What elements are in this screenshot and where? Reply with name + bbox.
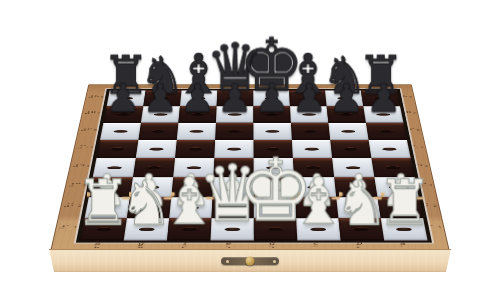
rank-label-1: ⠼⠁1 <box>422 225 442 230</box>
braille-rank-8: ⠼⠓ <box>396 95 409 99</box>
piece-black-pawn[interactable]: ♟ <box>106 79 141 118</box>
braille-rank-1: ⠼⠁ <box>422 225 437 230</box>
piece-black-pawn[interactable]: ♟ <box>255 79 290 118</box>
rank-label-7: ⠼⠛7 <box>84 111 101 115</box>
square-d6[interactable] <box>253 123 291 140</box>
braille-rank-4: ⠼⠙ <box>72 164 86 168</box>
rank-digit: 4 <box>424 165 428 168</box>
rank-digit: 1 <box>73 226 77 229</box>
braille-rank-3: ⠼⠉ <box>414 183 428 188</box>
square-g7[interactable]: ♟ <box>141 106 180 123</box>
piece-black-pawn[interactable]: ♟ <box>180 79 215 118</box>
rank-digit: 5 <box>420 146 424 148</box>
square-c7[interactable]: ♟ <box>290 106 328 123</box>
rank-digit: 8 <box>100 96 104 98</box>
square-d7[interactable]: ♟ <box>253 106 291 123</box>
braille-rank-3: ⠼⠉ <box>67 183 82 188</box>
rank-label-2: ⠼⠃2 <box>418 203 437 208</box>
chess-board: ⠼⠓8⠼⠛7⠼⠋6⠼⠑5⠼⠙4⠼⠉3⠼⠃2⠼⠁1 ⠼⠓8⠼⠛7⠼⠋6⠼⠑5⠼⠙4… <box>50 84 450 252</box>
piece-black-pawn[interactable]: ♟ <box>217 79 252 118</box>
square-g5[interactable] <box>136 140 177 158</box>
square-g6[interactable] <box>138 123 178 140</box>
square-e7[interactable]: ♟ <box>216 106 254 123</box>
square-e6[interactable] <box>215 123 253 140</box>
rank-digit: 3 <box>428 184 432 187</box>
square-b7[interactable]: ♟ <box>327 106 366 123</box>
rank-digit: 5 <box>90 146 94 148</box>
rank-label-7: ⠼⠛7 <box>399 111 416 115</box>
braille-rank-2: ⠼⠃ <box>418 203 433 208</box>
product-photo-chess-set: ⠼⠓8⠼⠛7⠼⠋6⠼⠑5⠼⠙4⠼⠉3⠼⠃2⠼⠁1 ⠼⠓8⠼⠛7⠼⠋6⠼⠑5⠼⠙4… <box>0 0 500 296</box>
rank-digit: 2 <box>433 204 437 207</box>
rank-label-5: ⠼⠑5 <box>406 145 424 149</box>
braille-rank-6: ⠼⠋ <box>403 128 416 132</box>
latch[interactable] <box>221 257 279 265</box>
rank-label-6: ⠼⠋6 <box>80 128 98 132</box>
braille-rank-1: ⠼⠁ <box>58 225 73 230</box>
rank-digit: 4 <box>86 165 90 168</box>
square-a1[interactable]: ♜ <box>381 218 428 240</box>
box-front-panel <box>49 249 451 272</box>
piece-black-pawn[interactable]: ♟ <box>329 79 364 118</box>
square-h6[interactable] <box>100 123 141 140</box>
braille-rank-4: ⠼⠙ <box>410 164 424 168</box>
board-grid: ♜♞♝♛♚♝♞♜♟♟♟♟♟♟♟♟♟♟♟♟♟♟♟♟♜♞♝♛♚♝♞♜ <box>80 90 427 240</box>
rank-digit: 3 <box>82 184 86 187</box>
square-b6[interactable] <box>328 123 368 140</box>
square-b5[interactable] <box>330 140 371 158</box>
braille-rank-8: ⠼⠓ <box>87 95 100 99</box>
square-h7[interactable]: ♟ <box>103 106 143 123</box>
braille-rank-2: ⠼⠃ <box>63 203 78 208</box>
rank-digit: 7 <box>412 112 416 114</box>
board-inner-frame: ♜♞♝♛♚♝♞♜♟♟♟♟♟♟♟♟♟♟♟♟♟♟♟♟♜♞♝♛♚♝♞♜ <box>76 89 432 243</box>
square-h5[interactable] <box>96 140 138 158</box>
rank-label-6: ⠼⠋6 <box>403 128 421 132</box>
square-f6[interactable] <box>177 123 216 140</box>
braille-rank-5: ⠼⠑ <box>76 145 90 149</box>
square-a7[interactable]: ♟ <box>363 106 403 123</box>
braille-rank-7: ⠼⠛ <box>84 111 97 115</box>
rank-digit: 6 <box>416 129 420 131</box>
braille-rank-5: ⠼⠑ <box>406 145 420 149</box>
square-f7[interactable]: ♟ <box>178 106 216 123</box>
square-a6[interactable] <box>366 123 407 140</box>
square-a5[interactable] <box>369 140 411 158</box>
rank-digit: 8 <box>409 96 413 98</box>
rank-digit: 2 <box>78 204 82 207</box>
braille-rank-6: ⠼⠋ <box>80 128 93 132</box>
rank-digit: 7 <box>97 112 101 114</box>
piece-black-pawn[interactable]: ♟ <box>292 79 327 118</box>
rank-label-5: ⠼⠑5 <box>76 145 94 149</box>
rank-label-8: ⠼⠓8 <box>396 95 413 99</box>
piece-black-pawn[interactable]: ♟ <box>143 79 178 118</box>
rank-digit: 1 <box>438 226 442 229</box>
square-c6[interactable] <box>291 123 330 140</box>
braille-rank-7: ⠼⠛ <box>399 111 412 115</box>
rank-digit: 6 <box>94 129 98 131</box>
